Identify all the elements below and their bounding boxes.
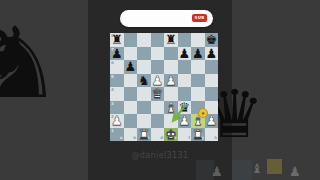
square-e1: e♚ xyxy=(164,128,178,142)
rank-label: 5 xyxy=(111,75,114,79)
file-label: b xyxy=(133,136,136,140)
square-g1: g♜ xyxy=(191,128,205,142)
square-h4 xyxy=(205,87,219,101)
square-e4 xyxy=(164,87,178,101)
square-c2 xyxy=(137,114,151,128)
square-b7 xyxy=(124,47,138,61)
black-pawn-b6: ♟ xyxy=(124,60,138,74)
black-pawn-f7: ♟ xyxy=(178,47,192,61)
black-pawn-h7: ♟ xyxy=(205,47,219,61)
channel-watermark: @daniel3131 xyxy=(0,151,320,160)
white-pawn-d5: ♟ xyxy=(151,74,165,88)
square-e8: ♜ xyxy=(164,33,178,47)
square-d4: ♛ xyxy=(151,87,165,101)
square-e3: ♝ xyxy=(164,101,178,115)
rank-label: 1 xyxy=(111,129,114,133)
square-a3: 3 xyxy=(110,101,124,115)
square-f5 xyxy=(178,74,192,88)
square-b5 xyxy=(124,74,138,88)
knight-silhouette-icon: ♞ xyxy=(0,14,62,112)
square-h1: h xyxy=(205,128,219,142)
square-e7 xyxy=(164,47,178,61)
square-f2: ♟ xyxy=(178,114,192,128)
white-pawn-e5: ♟ xyxy=(164,74,178,88)
file-label: h xyxy=(214,136,217,140)
square-g4 xyxy=(191,87,205,101)
ghost-highlight-square xyxy=(267,159,282,174)
black-pawn-a7: ♟ xyxy=(110,47,124,61)
subscribe-badge[interactable]: SUB xyxy=(192,14,207,22)
white-rook-g1: ♜ xyxy=(191,128,205,142)
black-rook-e8: ♜ xyxy=(164,33,178,47)
square-c4 xyxy=(137,87,151,101)
square-a2: 2♟ xyxy=(110,114,124,128)
square-h5 xyxy=(205,74,219,88)
ghost-square xyxy=(232,160,252,180)
square-b3 xyxy=(124,101,138,115)
square-c6 xyxy=(137,60,151,74)
file-label: d xyxy=(160,136,163,140)
ghost-bishop-icon: ♝ xyxy=(251,162,263,175)
square-b8 xyxy=(124,33,138,47)
white-pawn-f2: ♟ xyxy=(178,114,192,128)
rank-label: 6 xyxy=(111,61,114,65)
file-label: f xyxy=(188,136,190,140)
white-pawn-a2: ♟ xyxy=(110,114,124,128)
square-c3 xyxy=(137,101,151,115)
star-badge-icon: ★ xyxy=(198,108,208,118)
square-a5: 5 xyxy=(110,74,124,88)
black-queen-f3: ♛ xyxy=(178,101,192,115)
square-c8 xyxy=(137,33,151,47)
square-g5 xyxy=(191,74,205,88)
square-a1: 1a xyxy=(110,128,124,142)
square-f8 xyxy=(178,33,192,47)
white-queen-d4: ♛ xyxy=(151,87,165,101)
ghost-pawn-icon: ♟ xyxy=(289,165,301,178)
square-d3 xyxy=(151,101,165,115)
square-c7 xyxy=(137,47,151,61)
square-f1: f xyxy=(178,128,192,142)
square-g7: ♟ xyxy=(191,47,205,61)
rank-label: 3 xyxy=(111,102,114,106)
square-f4 xyxy=(178,87,192,101)
black-pawn-g7: ♟ xyxy=(191,47,205,61)
ghost-pawn-icon: ♟ xyxy=(211,165,223,178)
square-a8: 8♜ xyxy=(110,33,124,47)
square-c5: ♞ xyxy=(137,74,151,88)
file-label: a xyxy=(120,136,123,140)
square-d2 xyxy=(151,114,165,128)
square-b1: b xyxy=(124,128,138,142)
white-king-e1: ♚ xyxy=(164,128,178,142)
rank-label: 4 xyxy=(111,88,114,92)
square-f7: ♟ xyxy=(178,47,192,61)
square-h8: ♚ xyxy=(205,33,219,47)
square-g6 xyxy=(191,60,205,74)
square-e6 xyxy=(164,60,178,74)
square-h6 xyxy=(205,60,219,74)
square-e5: ♟ xyxy=(164,74,178,88)
square-b6: ♟ xyxy=(124,60,138,74)
black-knight-c5: ♞ xyxy=(137,74,151,88)
square-d6 xyxy=(151,60,165,74)
video-frame[interactable]: ♞ ♛ ♟ ♝ ♟ SUB 8♜♜♚7♟♟♟♟6♟5♞♟♟4♛3♝♛2♟♟♝♟1… xyxy=(0,0,320,180)
square-c1: c♜ xyxy=(137,128,151,142)
white-rook-c1: ♜ xyxy=(137,128,151,142)
chess-board[interactable]: 8♜♜♚7♟♟♟♟6♟5♞♟♟4♛3♝♛2♟♟♝♟1abc♜de♚fg♜h xyxy=(110,33,218,141)
square-d1: d xyxy=(151,128,165,142)
black-rook-a8: ♜ xyxy=(110,33,124,47)
square-h7: ♟ xyxy=(205,47,219,61)
white-bishop-e3: ♝ xyxy=(164,101,178,115)
square-g8 xyxy=(191,33,205,47)
square-b4 xyxy=(124,87,138,101)
square-a7: 7♟ xyxy=(110,47,124,61)
subscribe-pill[interactable]: SUB xyxy=(120,10,213,27)
square-e2 xyxy=(164,114,178,128)
square-a4: 4 xyxy=(110,87,124,101)
square-a6: 6 xyxy=(110,60,124,74)
square-d5: ♟ xyxy=(151,74,165,88)
square-f6 xyxy=(178,60,192,74)
square-d7 xyxy=(151,47,165,61)
black-king-h8: ♚ xyxy=(205,33,219,47)
square-b2 xyxy=(124,114,138,128)
square-f3: ♛ xyxy=(178,101,192,115)
square-d8 xyxy=(151,33,165,47)
